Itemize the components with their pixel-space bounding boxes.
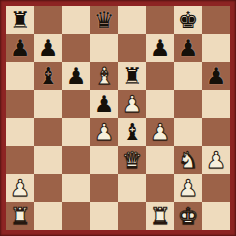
- black-bishop-piece[interactable]: ♝: [38, 62, 59, 90]
- square-e5[interactable]: ♟: [118, 90, 146, 118]
- square-b5[interactable]: [34, 90, 62, 118]
- square-d8[interactable]: ♛: [90, 6, 118, 34]
- square-a1[interactable]: ♜: [6, 202, 34, 230]
- square-c4[interactable]: [62, 118, 90, 146]
- white-pawn-piece[interactable]: ♟: [10, 174, 31, 202]
- square-h3[interactable]: ♟: [202, 146, 230, 174]
- square-a2[interactable]: ♟: [6, 174, 34, 202]
- square-a7[interactable]: ♟: [6, 34, 34, 62]
- square-f7[interactable]: ♟: [146, 34, 174, 62]
- square-b6[interactable]: ♝: [34, 62, 62, 90]
- black-pawn-piece[interactable]: ♟: [66, 62, 87, 90]
- square-f3[interactable]: [146, 146, 174, 174]
- square-d5[interactable]: ♟: [90, 90, 118, 118]
- square-e7[interactable]: [118, 34, 146, 62]
- square-h7[interactable]: [202, 34, 230, 62]
- black-queen-piece[interactable]: ♛: [94, 6, 115, 34]
- square-g8[interactable]: ♚: [174, 6, 202, 34]
- square-a6[interactable]: [6, 62, 34, 90]
- square-c7[interactable]: [62, 34, 90, 62]
- black-pawn-piece[interactable]: ♟: [206, 62, 227, 90]
- square-g1[interactable]: ♚: [174, 202, 202, 230]
- black-pawn-piece[interactable]: ♟: [10, 34, 31, 62]
- square-g4[interactable]: [174, 118, 202, 146]
- black-pawn-piece[interactable]: ♟: [178, 34, 199, 62]
- square-f4[interactable]: ♟: [146, 118, 174, 146]
- square-e2[interactable]: [118, 174, 146, 202]
- square-c1[interactable]: [62, 202, 90, 230]
- square-h6[interactable]: ♟: [202, 62, 230, 90]
- square-e1[interactable]: [118, 202, 146, 230]
- square-c2[interactable]: [62, 174, 90, 202]
- square-h8[interactable]: [202, 6, 230, 34]
- black-bishop-piece[interactable]: ♝: [122, 118, 143, 146]
- white-pawn-piece[interactable]: ♟: [94, 118, 115, 146]
- black-pawn-piece[interactable]: ♟: [94, 90, 115, 118]
- black-rook-piece[interactable]: ♜: [10, 6, 31, 34]
- square-h4[interactable]: [202, 118, 230, 146]
- square-g3[interactable]: ♞: [174, 146, 202, 174]
- chess-board-frame: ♜♛♚♟♟♟♟♝♟♝♜♟♟♟♟♝♟♛♞♟♟♟♜♜♚: [0, 0, 236, 236]
- square-f8[interactable]: [146, 6, 174, 34]
- square-b3[interactable]: [34, 146, 62, 174]
- white-pawn-piece[interactable]: ♟: [150, 118, 171, 146]
- white-pawn-piece[interactable]: ♟: [178, 174, 199, 202]
- square-b2[interactable]: [34, 174, 62, 202]
- white-bishop-piece[interactable]: ♝: [94, 62, 115, 90]
- square-c8[interactable]: [62, 6, 90, 34]
- square-d4[interactable]: ♟: [90, 118, 118, 146]
- square-f6[interactable]: [146, 62, 174, 90]
- square-a5[interactable]: [6, 90, 34, 118]
- square-c6[interactable]: ♟: [62, 62, 90, 90]
- square-g2[interactable]: ♟: [174, 174, 202, 202]
- square-f1[interactable]: ♜: [146, 202, 174, 230]
- square-f2[interactable]: [146, 174, 174, 202]
- square-b7[interactable]: ♟: [34, 34, 62, 62]
- square-c5[interactable]: [62, 90, 90, 118]
- black-pawn-piece[interactable]: ♟: [38, 34, 59, 62]
- white-pawn-piece[interactable]: ♟: [206, 146, 227, 174]
- square-h2[interactable]: [202, 174, 230, 202]
- square-b1[interactable]: [34, 202, 62, 230]
- black-king-piece[interactable]: ♚: [178, 6, 199, 34]
- square-a8[interactable]: ♜: [6, 6, 34, 34]
- white-pawn-piece[interactable]: ♟: [122, 90, 143, 118]
- square-e6[interactable]: ♜: [118, 62, 146, 90]
- square-d1[interactable]: [90, 202, 118, 230]
- square-d6[interactable]: ♝: [90, 62, 118, 90]
- square-g6[interactable]: [174, 62, 202, 90]
- square-e8[interactable]: [118, 6, 146, 34]
- square-f5[interactable]: [146, 90, 174, 118]
- square-g5[interactable]: [174, 90, 202, 118]
- chess-board: ♜♛♚♟♟♟♟♝♟♝♜♟♟♟♟♝♟♛♞♟♟♟♜♜♚: [6, 6, 230, 230]
- square-d3[interactable]: [90, 146, 118, 174]
- square-h5[interactable]: [202, 90, 230, 118]
- square-a3[interactable]: [6, 146, 34, 174]
- square-e4[interactable]: ♝: [118, 118, 146, 146]
- black-pawn-piece[interactable]: ♟: [150, 34, 171, 62]
- white-queen-piece[interactable]: ♛: [122, 146, 143, 174]
- square-b8[interactable]: [34, 6, 62, 34]
- square-d2[interactable]: [90, 174, 118, 202]
- white-rook-piece[interactable]: ♜: [10, 202, 31, 230]
- black-rook-piece[interactable]: ♜: [122, 62, 143, 90]
- square-a4[interactable]: [6, 118, 34, 146]
- white-knight-piece[interactable]: ♞: [178, 146, 199, 174]
- white-rook-piece[interactable]: ♜: [150, 202, 171, 230]
- square-e3[interactable]: ♛: [118, 146, 146, 174]
- white-king-piece[interactable]: ♚: [178, 202, 199, 230]
- square-d7[interactable]: [90, 34, 118, 62]
- square-b4[interactable]: [34, 118, 62, 146]
- square-g7[interactable]: ♟: [174, 34, 202, 62]
- square-h1[interactable]: [202, 202, 230, 230]
- square-c3[interactable]: [62, 146, 90, 174]
